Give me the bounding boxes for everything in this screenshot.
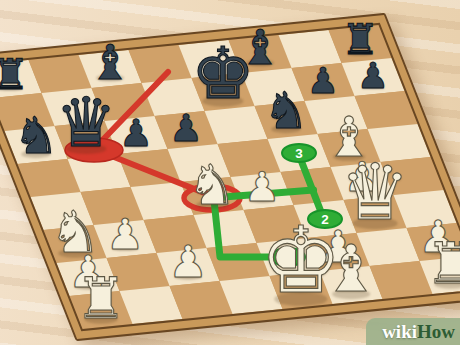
white-pawn-b3: ♟ xyxy=(106,214,144,257)
white-pawn-c2: ♟ xyxy=(168,240,208,284)
black-knight-a6: ♞ xyxy=(13,111,58,162)
black-pawn-g7: ♟ xyxy=(307,63,339,99)
black-pawn-h7: ♟ xyxy=(357,58,389,94)
white-queen-g3: ♛ xyxy=(340,154,409,232)
white-rook-h1: ♜ xyxy=(426,235,460,292)
black-pawn-d6: ♟ xyxy=(169,110,203,147)
black-knight-f6: ♞ xyxy=(263,86,308,137)
watermark-how-text: How xyxy=(417,321,455,343)
black-queen-b6: ♛ xyxy=(55,89,116,157)
white-bishop-f1: ♝ xyxy=(322,237,380,302)
black-pawn-c6: ♟ xyxy=(119,115,153,152)
white-pawn-e4: ♟ xyxy=(244,167,281,208)
chess-illustration: 123 ♜♝♝♜♚♟♟♞♛♟♟♞♝♞♟♟♞♟♛♟♟♟♟♚♝♜♜ wikiHow xyxy=(0,0,460,345)
white-knight-d4: ♞ xyxy=(187,158,236,213)
wikihow-watermark: wikiHow xyxy=(366,318,460,345)
black-bishop-c8: ♝ xyxy=(88,38,131,86)
watermark-wiki-text: wiki xyxy=(382,321,417,343)
black-king-e7: ♚ xyxy=(191,38,255,109)
white-rook-a1: ♜ xyxy=(76,270,127,327)
move-option-number-3: 3 xyxy=(295,146,303,161)
black-rook-a8: ♜ xyxy=(0,54,29,96)
